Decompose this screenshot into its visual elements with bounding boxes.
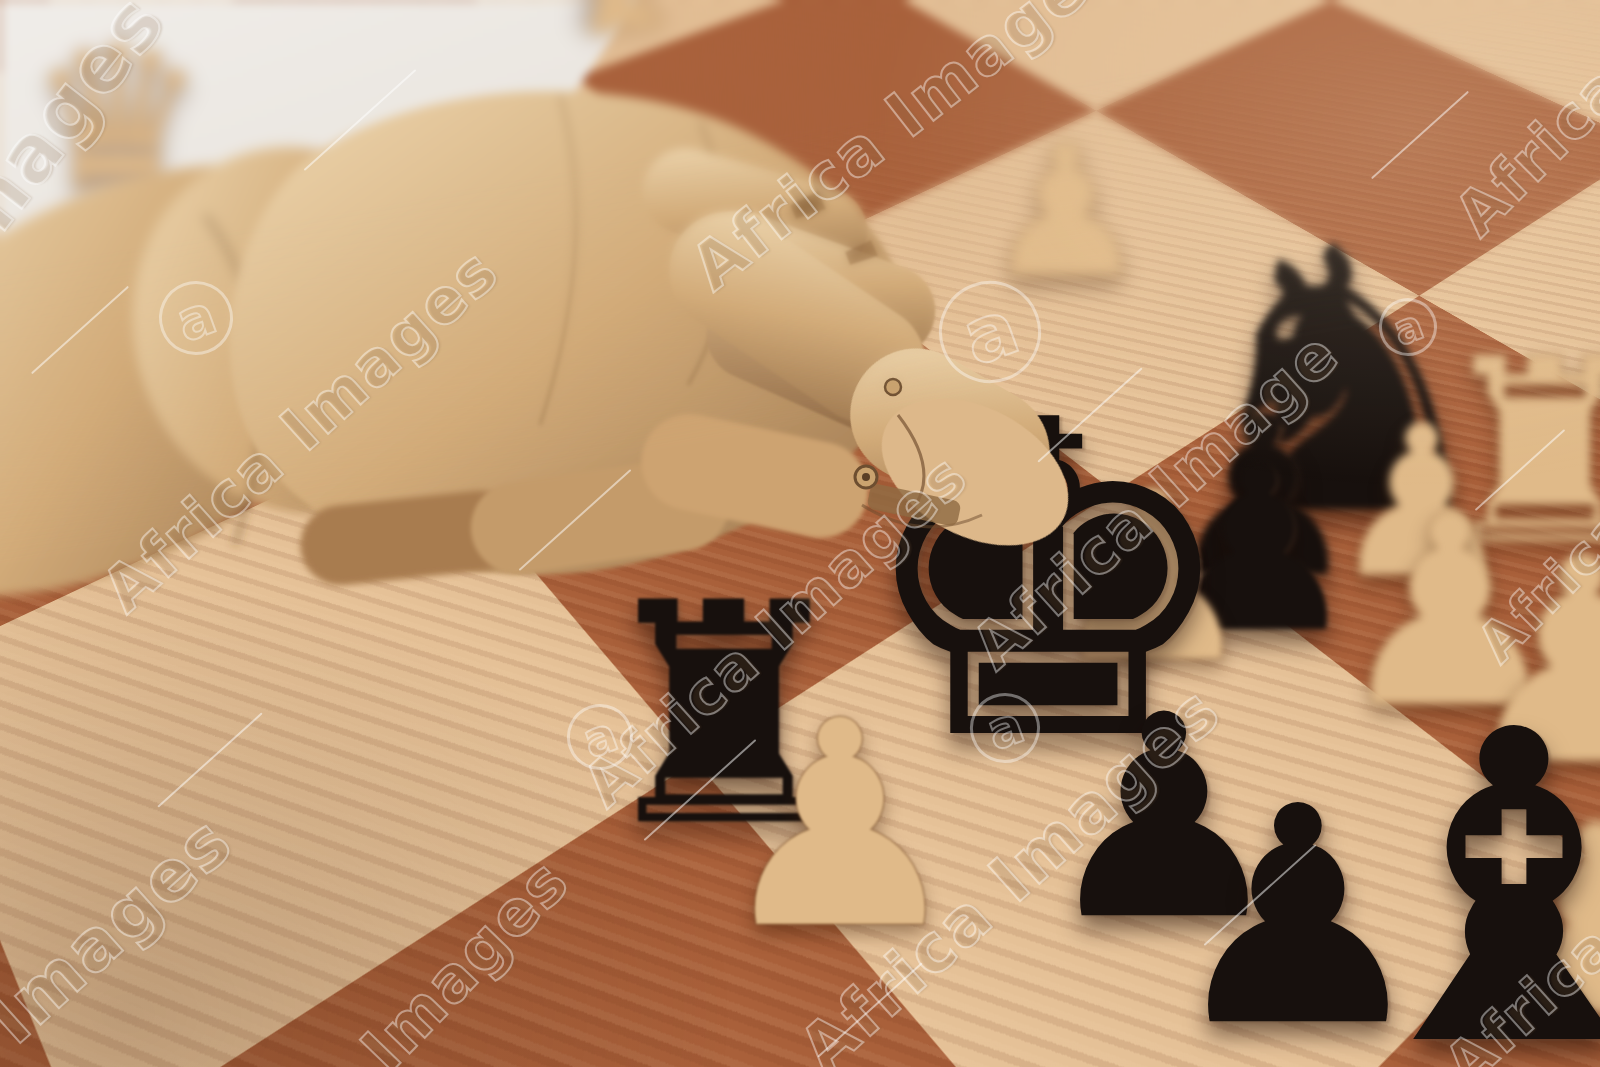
white-pawn-f7[interactable]: ♟ (983, 120, 1149, 305)
black-bishop-g2[interactable]: ♝ (1321, 675, 1600, 1067)
white-queen-captured[interactable]: ♛ (28, 20, 207, 220)
chess-photo-scene: ♛♟♟♞♟♟♜♟♟♟♟♚♟♜♟♟♟♟♝ (0, 0, 1600, 1067)
white-pawn-d4[interactable]: ♟ (712, 683, 968, 968)
